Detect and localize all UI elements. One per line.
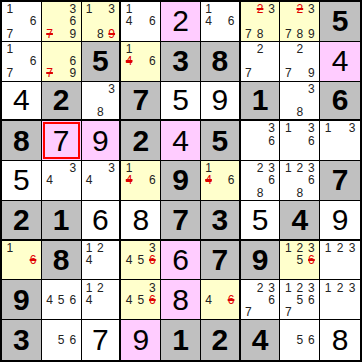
cell-r4c7[interactable]: 36: [241, 121, 281, 161]
empty-mark: [225, 187, 236, 199]
pencil-marks: 38: [82, 82, 120, 120]
empty-mark: [282, 254, 294, 266]
empty-mark: [294, 266, 306, 278]
candidate-4: 4: [84, 174, 95, 186]
cell-r8c1[interactable]: 9: [2, 280, 42, 320]
empty-mark: [84, 306, 95, 318]
cell-r5c6[interactable]: 146: [201, 161, 241, 201]
empty-mark: [243, 3, 255, 15]
candidate-4: 4: [203, 294, 214, 306]
candidate-6: 6: [266, 294, 278, 306]
cell-r6c1[interactable]: 2: [2, 201, 42, 241]
cell-r4c6[interactable]: 5: [201, 121, 241, 161]
cell-r1c2[interactable]: 3679: [42, 2, 82, 42]
candidate-6: 6: [306, 334, 318, 347]
pencil-marks: 146: [201, 161, 239, 200]
eliminated-candidate-2: 2: [254, 3, 266, 15]
eliminated-candidate-6: 6: [225, 294, 236, 306]
empty-mark: [306, 321, 318, 334]
pencil-marks: 34: [42, 161, 81, 200]
empty-mark: [266, 306, 278, 318]
empty-mark: [44, 306, 56, 318]
cell-r5c3[interactable]: 34: [82, 161, 122, 201]
candidate-2: 2: [95, 242, 106, 254]
empty-mark: [147, 187, 159, 199]
empty-mark: [44, 281, 56, 293]
cell-r1c8[interactable]: 23789: [280, 2, 320, 42]
cell-r2c2[interactable]: 679: [42, 42, 82, 82]
cell-r8c2[interactable]: 456: [42, 280, 82, 320]
empty-mark: [282, 135, 294, 147]
empty-mark: [214, 28, 225, 40]
candidate-2: 2: [294, 281, 306, 293]
empty-mark: [55, 3, 67, 15]
given-digit: 8: [211, 46, 228, 76]
pencil-marks: 679: [42, 42, 81, 81]
cell-r3c6[interactable]: 9: [201, 82, 241, 122]
candidate-5: 5: [294, 254, 306, 266]
cell-r2c5[interactable]: 3: [161, 42, 201, 82]
empty-mark: [95, 294, 106, 306]
candidate-6: 6: [306, 294, 318, 306]
candidate-4: 4: [123, 15, 135, 27]
candidate-2: 2: [334, 281, 346, 293]
empty-mark: [282, 174, 294, 186]
cell-r1c7[interactable]: 2378: [241, 2, 281, 42]
candidate-8: 8: [254, 28, 266, 40]
empty-mark: [243, 187, 255, 199]
cell-r1c1[interactable]: 167: [2, 2, 42, 42]
empty-mark: [147, 306, 159, 318]
cell-r6c4[interactable]: 8: [121, 201, 161, 241]
candidate-8: 8: [95, 106, 106, 118]
cell-r4c8[interactable]: 136: [280, 121, 320, 161]
candidate-5: 5: [55, 334, 67, 347]
cell-r2c8[interactable]: 279: [280, 42, 320, 82]
empty-mark: [306, 266, 318, 278]
cell-r7c2[interactable]: 8: [42, 241, 82, 281]
empty-mark: [214, 294, 225, 306]
empty-mark: [16, 254, 28, 266]
cell-r3c3[interactable]: 38: [82, 82, 122, 122]
empty-mark: [16, 43, 28, 55]
pencil-marks: 167: [2, 42, 41, 81]
cell-r7c3[interactable]: 124: [82, 241, 122, 281]
cell-r3c7[interactable]: 1: [241, 82, 281, 122]
cell-r3c2[interactable]: 2: [42, 82, 82, 122]
empty-mark: [55, 174, 67, 186]
solved-digit: 6: [172, 245, 189, 275]
cell-r2c4[interactable]: 146: [121, 42, 161, 82]
candidate-6: 6: [266, 135, 278, 147]
cell-r4c1[interactable]: 8: [2, 121, 42, 161]
empty-mark: [203, 28, 214, 40]
candidate-8: 8: [254, 187, 266, 199]
cell-r3c5[interactable]: 5: [161, 82, 201, 122]
empty-mark: [282, 334, 294, 347]
cell-r9c3[interactable]: 7: [82, 320, 122, 360]
cell-r7c4[interactable]: 3456: [121, 241, 161, 281]
empty-mark: [4, 254, 16, 266]
empty-mark: [67, 346, 79, 359]
cell-r7c8[interactable]: 12356: [280, 241, 320, 281]
empty-mark: [346, 306, 358, 318]
cell-r5c8[interactable]: 12368: [280, 161, 320, 201]
empty-mark: [135, 174, 147, 186]
cell-r2c3[interactable]: 5: [82, 42, 122, 82]
empty-mark: [243, 162, 255, 174]
given-digit: 2: [132, 126, 149, 156]
solved-digit: 5: [252, 205, 269, 235]
empty-mark: [106, 15, 117, 27]
cell-r5c9[interactable]: 7: [320, 161, 360, 201]
empty-mark: [27, 266, 39, 278]
empty-mark: [225, 306, 236, 318]
empty-mark: [294, 122, 306, 134]
empty-mark: [16, 242, 28, 254]
empty-mark: [67, 306, 79, 318]
solved-digit: 4: [332, 46, 349, 76]
empty-mark: [67, 187, 79, 199]
empty-mark: [67, 281, 79, 293]
empty-mark: [135, 306, 147, 318]
cell-r1c9[interactable]: 5: [320, 2, 360, 42]
empty-mark: [346, 135, 358, 147]
cell-r7c9[interactable]: 123: [320, 241, 360, 281]
empty-mark: [16, 15, 28, 27]
empty-mark: [84, 83, 95, 95]
cell-r1c3[interactable]: 1389: [82, 2, 122, 42]
empty-mark: [95, 83, 106, 95]
empty-mark: [16, 266, 28, 278]
given-digit: 9: [13, 285, 30, 315]
empty-mark: [16, 28, 28, 40]
empty-mark: [95, 187, 106, 199]
candidate-1: 1: [84, 281, 95, 293]
empty-mark: [322, 266, 334, 278]
given-digit: 5: [211, 126, 228, 156]
candidate-6: 6: [266, 174, 278, 186]
pencil-marks: 46: [201, 280, 239, 319]
empty-mark: [55, 43, 67, 55]
empty-mark: [282, 147, 294, 159]
pencil-marks: 3679: [42, 2, 81, 41]
empty-mark: [243, 122, 255, 134]
solved-digit: 7: [92, 325, 109, 355]
empty-mark: [16, 3, 28, 15]
empty-mark: [346, 254, 358, 266]
candidate-1: 1: [4, 43, 16, 55]
empty-mark: [294, 135, 306, 147]
candidate-7: 7: [243, 306, 255, 318]
cell-r9c5[interactable]: 1: [161, 320, 201, 360]
cell-r6c2[interactable]: 1: [42, 201, 82, 241]
empty-mark: [306, 147, 318, 159]
empty-mark: [282, 83, 294, 95]
empty-mark: [282, 346, 294, 359]
empty-mark: [254, 294, 266, 306]
empty-mark: [282, 3, 294, 15]
empty-mark: [225, 281, 236, 293]
empty-mark: [214, 15, 225, 27]
pencil-marks: 13: [320, 121, 360, 160]
cell-r6c7[interactable]: 5: [241, 201, 281, 241]
cell-r7c7[interactable]: 9: [241, 241, 281, 281]
candidate-3: 3: [106, 162, 117, 174]
pencil-marks: 3456: [121, 280, 160, 319]
candidate-2: 2: [254, 281, 266, 293]
pencil-marks: 56: [280, 320, 319, 360]
cell-r9c9[interactable]: 8: [320, 320, 360, 360]
empty-mark: [55, 346, 67, 359]
candidate-4: 4: [44, 294, 56, 306]
pencil-marks: 56: [42, 320, 81, 360]
cell-r7c5[interactable]: 6: [161, 241, 201, 281]
candidate-6: 6: [306, 135, 318, 147]
pencil-marks: 279: [280, 42, 319, 81]
empty-mark: [322, 306, 334, 318]
empty-mark: [266, 147, 278, 159]
empty-mark: [282, 321, 294, 334]
given-digit: 2: [13, 205, 30, 235]
empty-mark: [346, 294, 358, 306]
given-digit: 8: [13, 126, 30, 156]
pencil-marks: 146: [121, 2, 160, 41]
cell-r7c6[interactable]: 7: [201, 241, 241, 281]
candidate-6: 6: [147, 174, 159, 186]
cell-r8c7[interactable]: 2367: [241, 280, 281, 320]
candidate-5: 5: [294, 294, 306, 306]
empty-mark: [214, 306, 225, 318]
cell-r4c2[interactable]: 7: [42, 121, 82, 161]
empty-mark: [322, 294, 334, 306]
empty-mark: [282, 43, 294, 55]
pencil-marks: 34: [82, 161, 120, 200]
empty-mark: [254, 147, 266, 159]
candidate-7: 7: [243, 67, 255, 79]
pencil-marks: 12368: [280, 161, 319, 200]
candidate-8: 8: [294, 187, 306, 199]
candidate-3: 3: [346, 242, 358, 254]
eliminated-candidate-9: 9: [106, 28, 117, 40]
empty-mark: [135, 3, 147, 15]
cell-r6c5[interactable]: 7: [161, 201, 201, 241]
empty-mark: [254, 67, 266, 79]
given-digit: 7: [132, 85, 149, 115]
empty-mark: [254, 306, 266, 318]
cell-r9c2[interactable]: 56: [42, 320, 82, 360]
cell-r9c6[interactable]: 2: [201, 320, 241, 360]
cell-r5c5[interactable]: 9: [161, 161, 201, 201]
empty-mark: [135, 15, 147, 27]
empty-mark: [306, 306, 318, 318]
solved-digit: 9: [211, 85, 228, 115]
eliminated-candidate-7: 7: [44, 67, 56, 79]
empty-mark: [95, 174, 106, 186]
candidate-5: 5: [55, 294, 67, 306]
candidate-8: 8: [294, 28, 306, 40]
empty-mark: [27, 67, 39, 79]
eliminated-candidate-7: 7: [44, 28, 56, 40]
empty-mark: [106, 174, 117, 186]
cell-r5c1[interactable]: 5: [2, 161, 42, 201]
eliminated-candidate-4: 4: [203, 174, 214, 186]
cell-r2c7[interactable]: 27: [241, 42, 281, 82]
candidate-9: 9: [67, 28, 79, 40]
given-digit: 5: [92, 46, 109, 76]
cell-r5c2[interactable]: 34: [42, 161, 82, 201]
given-digit: 4: [291, 205, 308, 235]
empty-mark: [203, 281, 214, 293]
cell-r6c8[interactable]: 4: [280, 201, 320, 241]
candidate-1: 1: [322, 122, 334, 134]
cell-r9c7[interactable]: 4: [241, 320, 281, 360]
pencil-marks: 124: [82, 241, 120, 280]
cell-r4c5[interactable]: 4: [161, 121, 201, 161]
solved-digit: 8: [172, 285, 189, 315]
empty-mark: [123, 306, 135, 318]
empty-mark: [294, 83, 306, 95]
cell-r8c8[interactable]: 123567: [280, 280, 320, 320]
given-digit: 5: [332, 6, 349, 36]
cell-r6c6[interactable]: 3: [201, 201, 241, 241]
pencil-marks: 23789: [280, 2, 319, 41]
empty-mark: [135, 55, 147, 67]
eliminated-candidate-4: 4: [123, 174, 135, 186]
cell-r9c4[interactable]: 9: [121, 320, 161, 360]
empty-mark: [44, 187, 56, 199]
empty-mark: [294, 15, 306, 27]
empty-mark: [254, 15, 266, 27]
empty-mark: [95, 3, 106, 15]
given-digit: 7: [211, 245, 228, 275]
empty-mark: [306, 346, 318, 359]
candidate-5: 5: [135, 294, 147, 306]
empty-mark: [334, 122, 346, 134]
candidate-7: 7: [4, 28, 16, 40]
solved-digit: 5: [13, 165, 30, 195]
cell-r6c3[interactable]: 6: [82, 201, 122, 241]
candidate-6: 6: [225, 15, 236, 27]
empty-mark: [106, 294, 117, 306]
candidate-2: 2: [95, 281, 106, 293]
candidate-6: 6: [147, 15, 159, 27]
candidate-9: 9: [67, 67, 79, 79]
candidate-1: 1: [282, 281, 294, 293]
cell-r2c1[interactable]: 167: [2, 42, 42, 82]
empty-mark: [282, 15, 294, 27]
candidate-6: 6: [27, 15, 39, 27]
cell-r4c3[interactable]: 9: [82, 121, 122, 161]
empty-mark: [334, 135, 346, 147]
empty-mark: [106, 306, 117, 318]
cell-r3c8[interactable]: 38: [280, 82, 320, 122]
empty-mark: [84, 106, 95, 118]
empty-mark: [214, 162, 225, 174]
empty-mark: [294, 321, 306, 334]
pencil-marks: 123: [320, 280, 360, 319]
candidate-7: 7: [243, 28, 255, 40]
cell-r7c1[interactable]: 16: [2, 241, 42, 281]
cell-r8c6[interactable]: 46: [201, 280, 241, 320]
empty-mark: [334, 294, 346, 306]
empty-mark: [135, 43, 147, 55]
cell-r3c9[interactable]: 6: [320, 82, 360, 122]
empty-mark: [55, 55, 67, 67]
cell-r2c6[interactable]: 8: [201, 42, 241, 82]
cell-r8c3[interactable]: 124: [82, 280, 122, 320]
candidate-6: 6: [225, 174, 236, 186]
empty-mark: [306, 95, 318, 107]
eliminated-candidate-2: 2: [294, 3, 306, 15]
candidate-3: 3: [306, 83, 318, 95]
given-digit: 1: [53, 205, 70, 235]
empty-mark: [95, 266, 106, 278]
given-digit: 3: [13, 325, 30, 355]
cell-r4c4[interactable]: 2: [121, 121, 161, 161]
empty-mark: [44, 334, 56, 347]
given-digit: 3: [172, 46, 189, 76]
solved-digit: 9: [132, 325, 149, 355]
cell-r8c4[interactable]: 3456: [121, 280, 161, 320]
cell-r1c5[interactable]: 2: [161, 2, 201, 42]
cell-r1c4[interactable]: 146: [121, 2, 161, 42]
empty-mark: [135, 187, 147, 199]
cell-r4c9[interactable]: 13: [320, 121, 360, 161]
empty-mark: [84, 28, 95, 40]
cell-r3c4[interactable]: 7: [121, 82, 161, 122]
cell-r1c6[interactable]: 146: [201, 2, 241, 42]
candidate-9: 9: [306, 28, 318, 40]
cell-r6c9[interactable]: 9: [320, 201, 360, 241]
empty-mark: [95, 254, 106, 266]
empty-mark: [306, 43, 318, 55]
pencil-marks: 146: [121, 161, 160, 200]
candidate-3: 3: [147, 281, 159, 293]
empty-mark: [44, 15, 56, 27]
empty-mark: [254, 174, 266, 186]
cell-r9c8[interactable]: 56: [280, 320, 320, 360]
empty-mark: [334, 147, 346, 159]
cell-r8c9[interactable]: 123: [320, 280, 360, 320]
candidate-3: 3: [306, 281, 318, 293]
cell-r2c9[interactable]: 4: [320, 42, 360, 82]
empty-mark: [334, 306, 346, 318]
empty-mark: [84, 95, 95, 107]
cell-r3c1[interactable]: 4: [2, 82, 42, 122]
empty-mark: [266, 187, 278, 199]
candidate-3: 3: [346, 122, 358, 134]
cell-r5c7[interactable]: 2368: [241, 161, 281, 201]
empty-mark: [55, 187, 67, 199]
empty-mark: [55, 306, 67, 318]
cell-r9c1[interactable]: 3: [2, 320, 42, 360]
empty-mark: [266, 28, 278, 40]
candidate-6: 6: [67, 334, 79, 347]
pencil-marks: 36: [241, 121, 280, 160]
cell-r5c4[interactable]: 146: [121, 161, 161, 201]
cell-r8c5[interactable]: 8: [161, 280, 201, 320]
candidate-3: 3: [106, 83, 117, 95]
empty-mark: [243, 135, 255, 147]
pencil-marks: 146: [121, 42, 160, 81]
pencil-marks: 123: [320, 241, 360, 280]
candidate-5: 5: [294, 334, 306, 347]
empty-mark: [84, 15, 95, 27]
candidate-1: 1: [282, 242, 294, 254]
eliminated-candidate-4: 4: [123, 55, 135, 67]
empty-mark: [44, 346, 56, 359]
